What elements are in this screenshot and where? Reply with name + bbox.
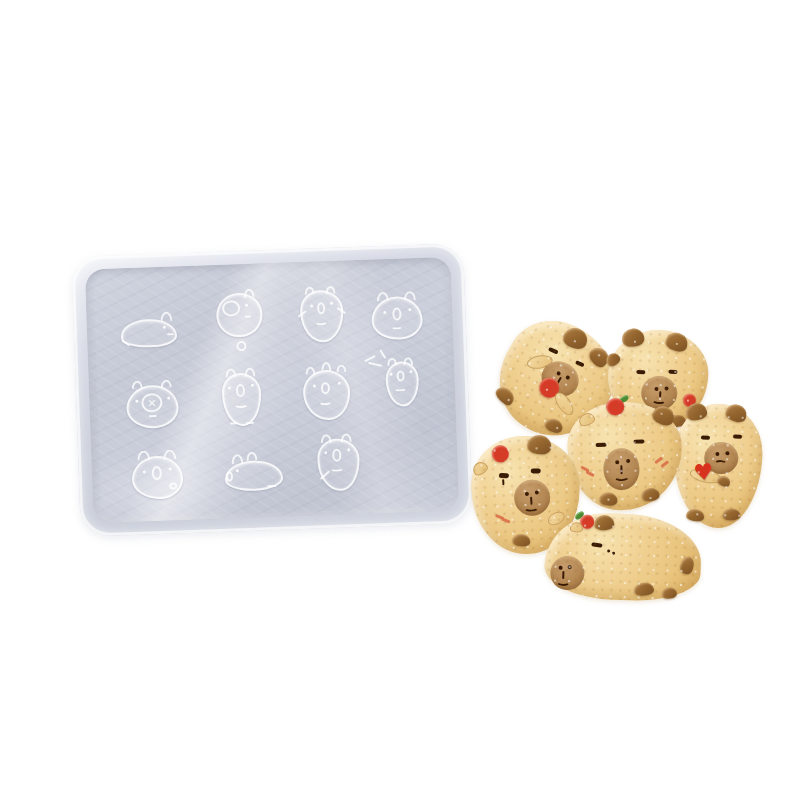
oline-part bbox=[230, 422, 238, 424]
oshape-part bbox=[300, 289, 345, 342]
eye-part bbox=[636, 370, 645, 374]
odot-part bbox=[163, 326, 166, 329]
oline-part bbox=[368, 362, 382, 367]
odot-part bbox=[251, 384, 254, 387]
eye-part bbox=[668, 370, 677, 374]
odot-part bbox=[245, 304, 248, 307]
dot-part bbox=[612, 552, 615, 555]
mold-cavity-x-face: ✕ bbox=[124, 379, 182, 431]
eye-part bbox=[733, 435, 742, 439]
odot-part bbox=[228, 386, 231, 389]
blush-part bbox=[585, 470, 594, 477]
chip-part bbox=[493, 384, 517, 408]
eye-part bbox=[633, 439, 644, 443]
eye-part bbox=[596, 443, 607, 447]
odot-part bbox=[135, 400, 138, 403]
chip-part bbox=[661, 587, 677, 600]
mold-cavity-sitting-crown bbox=[300, 363, 354, 423]
odot-part bbox=[338, 382, 341, 385]
chip-part bbox=[633, 582, 654, 597]
obump-part bbox=[336, 364, 346, 372]
dot-part bbox=[607, 549, 610, 552]
chip-part bbox=[716, 474, 732, 488]
odot-part bbox=[409, 370, 412, 373]
blush-part bbox=[660, 460, 669, 468]
chip-part bbox=[526, 434, 552, 456]
oline-part bbox=[364, 355, 376, 362]
muzzle-part bbox=[550, 555, 585, 590]
arc-part bbox=[556, 578, 570, 586]
oline-part bbox=[267, 485, 276, 487]
oval-part bbox=[317, 302, 325, 314]
capybara-cookie-4: ♥ bbox=[672, 403, 764, 530]
mold-cavity-lying-front bbox=[222, 448, 288, 496]
chip-part bbox=[724, 402, 749, 424]
odot-part bbox=[324, 451, 327, 454]
capybara-cookie-6 bbox=[544, 511, 703, 602]
eye-part bbox=[701, 435, 710, 439]
paw-part bbox=[551, 389, 577, 418]
line-part bbox=[502, 479, 504, 485]
oline-part bbox=[246, 422, 254, 424]
obump-part bbox=[246, 452, 257, 461]
odot-part bbox=[236, 469, 239, 472]
mold-cavity-round-face-2 bbox=[130, 449, 186, 501]
odot-part bbox=[143, 470, 146, 473]
chip-part bbox=[599, 492, 618, 506]
oval-part bbox=[236, 341, 246, 351]
red-part bbox=[606, 398, 625, 416]
eye-part bbox=[575, 360, 585, 367]
mold-cavity-standing bbox=[218, 367, 266, 431]
chip-part bbox=[678, 555, 696, 576]
odot-part bbox=[408, 308, 411, 311]
ear-part bbox=[570, 522, 583, 532]
capybara-cookie-3 bbox=[566, 400, 684, 512]
chip-part bbox=[512, 534, 531, 548]
odot-part bbox=[169, 468, 172, 471]
blush-part bbox=[501, 518, 510, 524]
dot-part bbox=[568, 565, 572, 569]
ear-part bbox=[470, 459, 489, 477]
chip-part bbox=[621, 327, 645, 348]
chip-part bbox=[594, 515, 615, 531]
oshape-part bbox=[216, 292, 264, 338]
chip-part bbox=[543, 416, 565, 435]
obump-part bbox=[160, 311, 172, 321]
mold-cavity-round-bubble bbox=[214, 290, 268, 354]
odot-part bbox=[310, 305, 313, 308]
odot-part bbox=[383, 311, 386, 314]
odot-part bbox=[389, 373, 392, 376]
eye-part bbox=[499, 473, 509, 478]
silicone-mold: ✕ bbox=[71, 243, 473, 537]
mold-cavity-small-standing bbox=[382, 357, 424, 410]
product-photo: ✕ ♥ bbox=[0, 0, 800, 800]
mold-cavity-round-face bbox=[370, 291, 426, 343]
odot-part bbox=[313, 384, 316, 387]
otext-part: ✕ bbox=[147, 398, 157, 409]
odot-part bbox=[330, 302, 333, 305]
eye-part bbox=[548, 347, 559, 355]
chip-part bbox=[722, 508, 741, 521]
heart-part: ♥ bbox=[693, 461, 715, 485]
odot-part bbox=[347, 448, 350, 451]
eye-part bbox=[531, 468, 541, 473]
mold-cavity-sitting-arm bbox=[314, 433, 366, 495]
chip-part bbox=[664, 330, 690, 354]
chip-part bbox=[561, 325, 590, 351]
eye-part bbox=[591, 542, 602, 547]
chip-part bbox=[641, 487, 661, 502]
mold-cavity-lying-side bbox=[118, 306, 183, 352]
odot-part bbox=[167, 397, 170, 400]
obump-part bbox=[231, 454, 243, 464]
red-part bbox=[491, 445, 509, 463]
chip-part bbox=[686, 508, 705, 522]
mold-cavity-arms-up bbox=[296, 285, 348, 347]
oline-part bbox=[149, 415, 157, 417]
arcup-part bbox=[714, 460, 727, 468]
paw-part bbox=[546, 509, 568, 528]
oshape-part bbox=[302, 369, 351, 421]
